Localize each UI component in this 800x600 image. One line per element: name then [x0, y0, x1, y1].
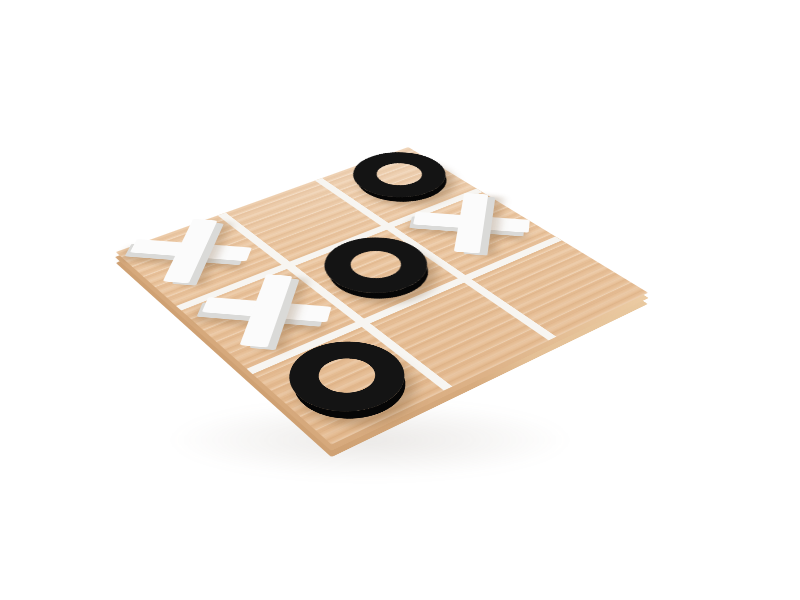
photo-stage	[0, 0, 800, 600]
board-scene	[186, 82, 566, 462]
